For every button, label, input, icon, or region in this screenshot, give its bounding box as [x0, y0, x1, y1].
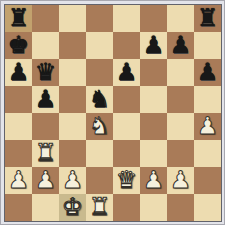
square-g7[interactable]: ♟	[167, 32, 194, 59]
square-d5[interactable]: ♞	[86, 86, 113, 113]
square-d3[interactable]	[86, 140, 113, 167]
square-a7[interactable]: ♚	[5, 32, 32, 59]
white-pawn[interactable]: ♟	[197, 113, 219, 140]
black-pawn[interactable]: ♟	[116, 59, 138, 86]
square-d4[interactable]: ♞	[86, 113, 113, 140]
square-a3[interactable]	[5, 140, 32, 167]
square-g1[interactable]	[167, 194, 194, 221]
square-a1[interactable]	[5, 194, 32, 221]
square-a4[interactable]	[5, 113, 32, 140]
white-knight[interactable]: ♞	[89, 113, 111, 140]
square-b6[interactable]: ♛	[32, 59, 59, 86]
black-pawn[interactable]: ♟	[170, 32, 192, 59]
black-pawn[interactable]: ♟	[35, 86, 57, 113]
square-g5[interactable]	[167, 86, 194, 113]
white-rook[interactable]: ♜	[89, 194, 111, 221]
square-h4[interactable]: ♟	[194, 113, 221, 140]
square-c3[interactable]	[59, 140, 86, 167]
square-e1[interactable]	[113, 194, 140, 221]
square-c8[interactable]	[59, 5, 86, 32]
square-b2[interactable]: ♟	[32, 167, 59, 194]
square-d1[interactable]: ♜	[86, 194, 113, 221]
square-e6[interactable]: ♟	[113, 59, 140, 86]
square-e7[interactable]	[113, 32, 140, 59]
square-e3[interactable]	[113, 140, 140, 167]
black-queen[interactable]: ♛	[35, 59, 57, 86]
square-b4[interactable]	[32, 113, 59, 140]
square-d8[interactable]	[86, 5, 113, 32]
black-pawn[interactable]: ♟	[143, 32, 165, 59]
square-b3[interactable]: ♜	[32, 140, 59, 167]
square-c7[interactable]	[59, 32, 86, 59]
square-f2[interactable]: ♟	[140, 167, 167, 194]
square-b8[interactable]	[32, 5, 59, 32]
square-f7[interactable]: ♟	[140, 32, 167, 59]
white-rook[interactable]: ♜	[35, 140, 57, 167]
white-pawn[interactable]: ♟	[143, 167, 165, 194]
square-h1[interactable]	[194, 194, 221, 221]
square-d6[interactable]	[86, 59, 113, 86]
square-e4[interactable]	[113, 113, 140, 140]
square-d7[interactable]	[86, 32, 113, 59]
square-a5[interactable]	[5, 86, 32, 113]
square-h5[interactable]	[194, 86, 221, 113]
white-pawn[interactable]: ♟	[35, 167, 57, 194]
square-a8[interactable]: ♜	[5, 5, 32, 32]
square-c6[interactable]	[59, 59, 86, 86]
square-a6[interactable]: ♟	[5, 59, 32, 86]
square-e8[interactable]	[113, 5, 140, 32]
square-d2[interactable]	[86, 167, 113, 194]
square-a2[interactable]: ♟	[5, 167, 32, 194]
square-f3[interactable]	[140, 140, 167, 167]
square-g8[interactable]	[167, 5, 194, 32]
black-pawn[interactable]: ♟	[197, 59, 219, 86]
square-f1[interactable]	[140, 194, 167, 221]
white-king[interactable]: ♚	[62, 194, 84, 221]
square-f6[interactable]	[140, 59, 167, 86]
square-g3[interactable]	[167, 140, 194, 167]
square-c4[interactable]	[59, 113, 86, 140]
black-king[interactable]: ♚	[8, 32, 30, 59]
square-c2[interactable]: ♟	[59, 167, 86, 194]
square-f4[interactable]	[140, 113, 167, 140]
black-pawn[interactable]: ♟	[8, 59, 30, 86]
white-pawn[interactable]: ♟	[8, 167, 30, 194]
square-e5[interactable]	[113, 86, 140, 113]
square-e2[interactable]: ♛	[113, 167, 140, 194]
square-g6[interactable]	[167, 59, 194, 86]
square-c1[interactable]: ♚	[59, 194, 86, 221]
black-knight[interactable]: ♞	[89, 86, 111, 113]
square-h8[interactable]: ♜	[194, 5, 221, 32]
black-rook[interactable]: ♜	[197, 5, 219, 32]
square-g2[interactable]: ♟	[167, 167, 194, 194]
square-g4[interactable]	[167, 113, 194, 140]
square-f8[interactable]	[140, 5, 167, 32]
white-pawn[interactable]: ♟	[170, 167, 192, 194]
square-f5[interactable]	[140, 86, 167, 113]
square-h6[interactable]: ♟	[194, 59, 221, 86]
square-b5[interactable]: ♟	[32, 86, 59, 113]
square-c5[interactable]	[59, 86, 86, 113]
white-queen[interactable]: ♛	[116, 167, 138, 194]
square-h2[interactable]	[194, 167, 221, 194]
white-pawn[interactable]: ♟	[62, 167, 84, 194]
square-b1[interactable]	[32, 194, 59, 221]
black-rook[interactable]: ♜	[8, 5, 30, 32]
square-h7[interactable]	[194, 32, 221, 59]
square-h3[interactable]	[194, 140, 221, 167]
chess-board: ♜♜♚♟♟♟♛♟♟♟♞♞♟♜♟♟♟♛♟♟♚♜	[4, 4, 222, 222]
square-b7[interactable]	[32, 32, 59, 59]
board-frame: ♜♜♚♟♟♟♛♟♟♟♞♞♟♜♟♟♟♛♟♟♚♜	[0, 0, 225, 225]
